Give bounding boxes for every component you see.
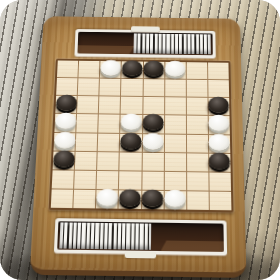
white-disc[interactable]: [209, 134, 230, 151]
cell-r4c7[interactable]: [187, 116, 208, 134]
white-disc[interactable]: [55, 113, 77, 130]
cell-r8c5[interactable]: [142, 191, 164, 210]
black-disc[interactable]: [143, 114, 164, 131]
cell-r5c5[interactable]: [142, 134, 163, 152]
black-disc[interactable]: [209, 152, 230, 169]
cell-r7c5[interactable]: [142, 171, 164, 190]
cell-r3c2[interactable]: [77, 96, 98, 113]
top-tray-interior: [77, 32, 212, 55]
cell-r6c3[interactable]: [97, 152, 119, 170]
white-disc[interactable]: [100, 60, 121, 76]
cell-r1c8[interactable]: [208, 62, 229, 79]
white-disc[interactable]: [164, 190, 186, 208]
white-disc[interactable]: [165, 61, 185, 77]
cell-r3c3[interactable]: [99, 97, 120, 114]
board-grid: [51, 61, 232, 211]
cell-r8c2[interactable]: [73, 190, 95, 209]
cell-r6c8[interactable]: [209, 153, 231, 171]
cell-r6c1[interactable]: [53, 151, 75, 169]
cell-r5c3[interactable]: [98, 133, 120, 151]
cell-r7c6[interactable]: [164, 172, 186, 191]
cell-r1c2[interactable]: [79, 61, 100, 78]
black-disc[interactable]: [120, 132, 141, 149]
cell-r2c6[interactable]: [165, 80, 186, 97]
cell-r2c8[interactable]: [208, 80, 229, 97]
cell-r5c6[interactable]: [165, 134, 186, 152]
cell-r7c4[interactable]: [119, 171, 141, 190]
cell-r3c5[interactable]: [143, 97, 164, 114]
cell-r6c2[interactable]: [75, 151, 97, 169]
white-disc[interactable]: [142, 133, 163, 150]
cell-r2c4[interactable]: [121, 79, 142, 96]
cell-r2c3[interactable]: [100, 79, 121, 96]
cell-r3c4[interactable]: [121, 97, 142, 114]
cell-r6c6[interactable]: [164, 153, 185, 171]
top-disc-tray: [74, 29, 215, 58]
cell-r7c8[interactable]: [209, 172, 231, 191]
cell-r8c8[interactable]: [210, 192, 232, 211]
cell-r5c4[interactable]: [120, 133, 141, 151]
top-disc-stack[interactable]: [134, 33, 211, 54]
cell-r2c5[interactable]: [143, 79, 164, 96]
white-disc[interactable]: [209, 115, 230, 132]
cell-r5c7[interactable]: [187, 134, 208, 152]
screenshot-root: [0, 0, 280, 280]
bottom-disc-stack[interactable]: [59, 222, 151, 249]
bottom-disc-tray: [54, 218, 227, 255]
cell-r2c7[interactable]: [187, 80, 208, 97]
cell-r8c7[interactable]: [187, 191, 209, 210]
black-disc[interactable]: [55, 95, 76, 111]
cell-r4c1[interactable]: [54, 114, 76, 132]
top-tray-floor-step: [77, 45, 133, 54]
black-disc[interactable]: [122, 60, 143, 76]
white-disc[interactable]: [121, 114, 142, 131]
cell-r5c8[interactable]: [209, 135, 230, 153]
black-disc[interactable]: [53, 150, 75, 167]
bottom-tray-interior: [57, 221, 224, 252]
cell-r3c7[interactable]: [187, 98, 208, 115]
cell-r1c5[interactable]: [143, 62, 164, 79]
cell-r6c4[interactable]: [120, 152, 142, 170]
game-board: [30, 16, 247, 278]
grid-frame: [49, 59, 234, 213]
cell-r4c2[interactable]: [76, 114, 98, 132]
bottom-tray-floor-step: [161, 240, 224, 252]
cell-r7c3[interactable]: [97, 171, 119, 189]
cell-r5c2[interactable]: [76, 133, 98, 151]
cell-r8c6[interactable]: [164, 191, 186, 210]
cell-r4c8[interactable]: [209, 116, 230, 134]
cell-r4c3[interactable]: [98, 115, 119, 133]
cell-r4c4[interactable]: [121, 115, 142, 133]
cell-r5c1[interactable]: [54, 133, 76, 151]
top-tray-tab: [131, 26, 160, 32]
cell-r4c5[interactable]: [143, 115, 164, 133]
cell-r8c4[interactable]: [119, 190, 141, 209]
white-disc[interactable]: [96, 189, 118, 207]
cell-r3c8[interactable]: [208, 98, 229, 115]
cell-r7c1[interactable]: [52, 170, 74, 188]
cell-r1c7[interactable]: [186, 62, 207, 79]
black-disc[interactable]: [208, 97, 229, 113]
cell-r7c7[interactable]: [187, 172, 209, 191]
cell-r4c6[interactable]: [165, 116, 186, 134]
cell-r8c3[interactable]: [96, 190, 118, 209]
cell-r1c1[interactable]: [57, 61, 78, 78]
cell-r1c4[interactable]: [122, 61, 143, 78]
bottom-tray-tab: [125, 252, 156, 259]
cell-r1c3[interactable]: [100, 61, 121, 78]
cell-r6c7[interactable]: [187, 153, 208, 171]
black-disc[interactable]: [119, 189, 141, 207]
cell-r1c6[interactable]: [165, 62, 186, 79]
cell-r6c5[interactable]: [142, 152, 163, 170]
board-scene: [0, 0, 280, 280]
cell-r3c6[interactable]: [165, 97, 186, 114]
black-disc[interactable]: [142, 189, 164, 207]
white-disc[interactable]: [54, 131, 76, 148]
cell-r2c1[interactable]: [56, 78, 77, 95]
cell-r7c2[interactable]: [74, 170, 96, 188]
cell-r3c1[interactable]: [55, 96, 77, 113]
black-disc[interactable]: [143, 61, 164, 77]
cell-r8c1[interactable]: [51, 189, 73, 208]
cell-r2c2[interactable]: [78, 78, 99, 95]
